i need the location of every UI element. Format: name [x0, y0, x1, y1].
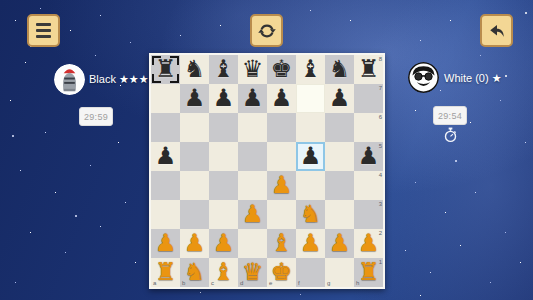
- square-b6[interactable]: [180, 113, 209, 142]
- square-c7[interactable]: ♟: [209, 84, 238, 113]
- square-c3[interactable]: [209, 200, 238, 229]
- undo-arrow-icon: [488, 22, 506, 40]
- square-f1[interactable]: f: [296, 258, 325, 287]
- square-d5[interactable]: [238, 142, 267, 171]
- rank-label-3: 3: [379, 201, 382, 207]
- square-f7[interactable]: [296, 84, 325, 113]
- square-c2[interactable]: ♟: [209, 229, 238, 258]
- piece-black-pawn[interactable]: ♟: [267, 84, 296, 113]
- square-e4[interactable]: ♟: [267, 171, 296, 200]
- square-g4[interactable]: [325, 171, 354, 200]
- square-e2[interactable]: ♝: [267, 229, 296, 258]
- square-e3[interactable]: [267, 200, 296, 229]
- piece-black-bishop[interactable]: ♝: [296, 55, 325, 84]
- file-label-g: g: [327, 280, 330, 286]
- rank-label-7: 7: [379, 85, 382, 91]
- square-d3[interactable]: ♟: [238, 200, 267, 229]
- square-a6[interactable]: [151, 113, 180, 142]
- square-d2[interactable]: [238, 229, 267, 258]
- square-g3[interactable]: [325, 200, 354, 229]
- square-f2[interactable]: ♟: [296, 229, 325, 258]
- square-e7[interactable]: ♟: [267, 84, 296, 113]
- square-a7[interactable]: [151, 84, 180, 113]
- square-e6[interactable]: [267, 113, 296, 142]
- smiley-glasses-icon: [408, 62, 439, 93]
- black-clock: 29:59: [79, 107, 113, 126]
- piece-white-pawn[interactable]: ♟: [325, 229, 354, 258]
- file-label-f: f: [298, 280, 300, 286]
- piece-black-pawn[interactable]: ♟: [325, 84, 354, 113]
- piece-black-pawn[interactable]: ♟: [238, 84, 267, 113]
- square-a4[interactable]: [151, 171, 180, 200]
- square-g6[interactable]: [325, 113, 354, 142]
- black-player-name: Black ★★★: [89, 73, 149, 86]
- piece-black-pawn[interactable]: ♟: [209, 84, 238, 113]
- chess-board: ♜♞♝♛♚♝♞♜8♟♟♟♟♟76♟♟♟5♟4♟♞3♟♟♟♝♟♟♟2♜a♞b♝c♛…: [151, 55, 383, 287]
- black-avatar[interactable]: [54, 64, 85, 95]
- square-f4[interactable]: [296, 171, 325, 200]
- refresh-button[interactable]: [250, 14, 283, 47]
- piece-black-bishop[interactable]: ♝: [209, 55, 238, 84]
- undo-button[interactable]: [480, 14, 513, 47]
- piece-black-queen[interactable]: ♛: [238, 55, 267, 84]
- square-h3[interactable]: 3: [354, 200, 383, 229]
- piece-white-pawn[interactable]: ♟: [238, 200, 267, 229]
- square-c6[interactable]: [209, 113, 238, 142]
- square-h6[interactable]: 6: [354, 113, 383, 142]
- starfield-bright: [0, 0, 2, 2]
- white-player-name: White (0) ★: [444, 72, 502, 85]
- file-label-a: a: [153, 280, 156, 286]
- square-b4[interactable]: [180, 171, 209, 200]
- rank-label-4: 4: [379, 172, 382, 178]
- square-b3[interactable]: [180, 200, 209, 229]
- piece-white-pawn[interactable]: ♟: [267, 171, 296, 200]
- piece-white-pawn[interactable]: ♟: [151, 229, 180, 258]
- piece-white-pawn[interactable]: ♟: [209, 229, 238, 258]
- square-h4[interactable]: 4: [354, 171, 383, 200]
- square-d4[interactable]: [238, 171, 267, 200]
- square-a1[interactable]: ♜a: [151, 258, 180, 287]
- square-g2[interactable]: ♟: [325, 229, 354, 258]
- piece-black-knight[interactable]: ♞: [325, 55, 354, 84]
- square-b7[interactable]: ♟: [180, 84, 209, 113]
- refresh-icon: [257, 21, 277, 41]
- piece-white-knight[interactable]: ♞: [296, 200, 325, 229]
- chess-board-frame: ♜♞♝♛♚♝♞♜8♟♟♟♟♟76♟♟♟5♟4♟♞3♟♟♟♝♟♟♟2♜a♞b♝c♛…: [149, 53, 385, 289]
- file-label-c: c: [211, 280, 214, 286]
- square-c8[interactable]: ♝: [209, 55, 238, 84]
- square-h7[interactable]: 7: [354, 84, 383, 113]
- rank-label-2: 2: [379, 230, 382, 236]
- piece-white-pawn[interactable]: ♟: [180, 229, 209, 258]
- rank-label-6: 6: [379, 114, 382, 120]
- file-label-e: e: [269, 280, 272, 286]
- square-f5[interactable]: ♟: [296, 142, 325, 171]
- square-d8[interactable]: ♛: [238, 55, 267, 84]
- square-d7[interactable]: ♟: [238, 84, 267, 113]
- square-d6[interactable]: [238, 113, 267, 142]
- knight-helmet-icon: [54, 64, 85, 95]
- square-h5[interactable]: ♟5: [354, 142, 383, 171]
- rank-label-5: 5: [379, 143, 382, 149]
- white-clock: 29:54: [433, 106, 467, 125]
- square-f6[interactable]: [296, 113, 325, 142]
- square-f8[interactable]: ♝: [296, 55, 325, 84]
- square-b2[interactable]: ♟: [180, 229, 209, 258]
- square-e8[interactable]: ♚: [267, 55, 296, 84]
- square-c1[interactable]: ♝c: [209, 258, 238, 287]
- piece-black-pawn[interactable]: ♟: [180, 84, 209, 113]
- file-label-d: d: [240, 280, 243, 286]
- file-label-b: b: [182, 280, 185, 286]
- piece-white-pawn[interactable]: ♟: [296, 229, 325, 258]
- piece-black-king[interactable]: ♚: [267, 55, 296, 84]
- square-h8[interactable]: ♜8: [354, 55, 383, 84]
- hamburger-icon: [36, 23, 51, 38]
- piece-black-knight[interactable]: ♞: [180, 55, 209, 84]
- square-g5[interactable]: [325, 142, 354, 171]
- square-g1[interactable]: g: [325, 258, 354, 287]
- square-a5[interactable]: ♟: [151, 142, 180, 171]
- menu-button[interactable]: [27, 14, 60, 47]
- square-e5[interactable]: [267, 142, 296, 171]
- piece-white-bishop[interactable]: ♝: [267, 229, 296, 258]
- rank-label-1: 1: [379, 259, 382, 265]
- square-g8[interactable]: ♞: [325, 55, 354, 84]
- file-label-h: h: [356, 280, 359, 286]
- rank-label-8: 8: [379, 56, 382, 62]
- square-c5[interactable]: [209, 142, 238, 171]
- square-f3[interactable]: ♞: [296, 200, 325, 229]
- stopwatch-icon: [444, 127, 457, 143]
- square-b8[interactable]: ♞: [180, 55, 209, 84]
- piece-black-pawn[interactable]: ♟: [296, 142, 325, 171]
- piece-black-pawn[interactable]: ♟: [151, 142, 180, 171]
- square-b5[interactable]: [180, 142, 209, 171]
- square-a2[interactable]: ♟: [151, 229, 180, 258]
- square-c4[interactable]: [209, 171, 238, 200]
- square-a8[interactable]: ♜: [151, 55, 180, 84]
- square-h2[interactable]: ♟2: [354, 229, 383, 258]
- square-g7[interactable]: ♟: [325, 84, 354, 113]
- square-b1[interactable]: ♞b: [180, 258, 209, 287]
- square-d1[interactable]: ♛d: [238, 258, 267, 287]
- piece-black-rook[interactable]: ♜: [151, 55, 180, 84]
- square-e1[interactable]: ♚e: [267, 258, 296, 287]
- square-a3[interactable]: [151, 200, 180, 229]
- white-avatar[interactable]: [408, 62, 439, 93]
- square-h1[interactable]: ♜1h: [354, 258, 383, 287]
